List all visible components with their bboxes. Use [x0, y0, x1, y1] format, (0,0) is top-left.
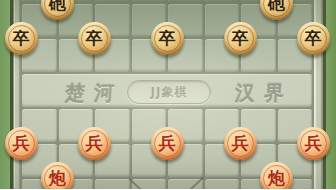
piece-glyph: 炮 — [268, 167, 285, 190]
river-label-chu-he: 楚河 — [64, 80, 124, 107]
piece-glyph: 卒 — [159, 27, 176, 50]
piece-glyph: 卒 — [13, 27, 30, 50]
piece-glyph: 兵 — [232, 132, 249, 155]
board-tile — [95, 0, 130, 2]
app-logo-text: JJ象棋 — [151, 84, 188, 101]
piece-red-soldier[interactable]: 兵 — [78, 127, 111, 160]
piece-glyph: 兵 — [86, 132, 103, 155]
board-tile — [168, 0, 203, 2]
piece-black-soldier[interactable]: 卒 — [151, 22, 184, 55]
board-tile — [95, 179, 130, 189]
piece-black-soldier[interactable]: 卒 — [5, 22, 38, 55]
piece-glyph: 兵 — [159, 132, 176, 155]
piece-glyph: 兵 — [305, 132, 322, 155]
piece-red-soldier[interactable]: 兵 — [151, 127, 184, 160]
board-tile — [205, 0, 240, 2]
app-logo-pill: JJ象棋 — [127, 80, 211, 104]
river-label-han-jie: 汉界 — [234, 80, 294, 107]
board-tile — [205, 179, 240, 189]
piece-glyph: 卒 — [232, 27, 249, 50]
piece-glyph: 砲 — [268, 0, 285, 15]
piece-black-soldier[interactable]: 卒 — [78, 22, 111, 55]
piece-glyph: 卒 — [86, 27, 103, 50]
piece-black-soldier[interactable]: 卒 — [224, 22, 257, 55]
piece-black-soldier[interactable]: 卒 — [297, 22, 330, 55]
xiangqi-app-screenshot: 楚河 汉界 JJ象棋 砲砲卒卒卒卒卒兵兵兵兵炮炮兵 — [0, 0, 336, 189]
xiangqi-board[interactable]: 楚河 汉界 JJ象棋 砲砲卒卒卒卒卒兵兵兵兵炮炮兵 — [10, 0, 326, 189]
piece-glyph: 砲 — [49, 0, 66, 15]
board-tile — [132, 0, 167, 2]
piece-red-soldier[interactable]: 兵 — [224, 127, 257, 160]
piece-red-soldier[interactable]: 兵 — [297, 127, 330, 160]
piece-glyph: 炮 — [49, 167, 66, 190]
piece-glyph: 兵 — [13, 132, 30, 155]
piece-glyph: 卒 — [305, 27, 322, 50]
piece-red-soldier[interactable]: 兵 — [5, 127, 38, 160]
